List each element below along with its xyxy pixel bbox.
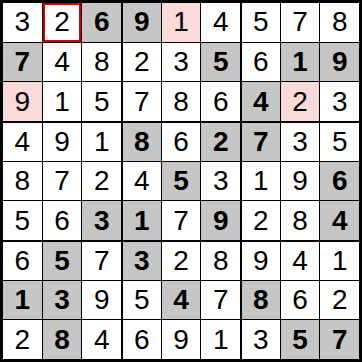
cell-r8c6[interactable]: 7 (201, 281, 240, 320)
cell-r1c7[interactable]: 5 (241, 3, 280, 42)
cell-r5c3[interactable]: 2 (82, 162, 121, 201)
cell-r4c9[interactable]: 5 (320, 122, 359, 161)
cell-r8c2[interactable]: 3 (43, 281, 82, 320)
cell-r2c1[interactable]: 7 (3, 43, 42, 82)
cell-r1c5[interactable]: 1 (162, 3, 201, 42)
cell-r7c2[interactable]: 5 (43, 241, 82, 280)
cell-r9c6[interactable]: 1 (201, 320, 240, 359)
cell-r2c6[interactable]: 5 (201, 43, 240, 82)
cell-r3c7[interactable]: 4 (241, 82, 280, 121)
cell-r7c1[interactable]: 6 (3, 241, 42, 280)
cell-r5c2[interactable]: 7 (43, 162, 82, 201)
cell-r1c8[interactable]: 7 (281, 3, 320, 42)
cell-r4c1[interactable]: 4 (3, 122, 42, 161)
cell-r9c1[interactable]: 2 (3, 320, 42, 359)
cell-r2c8[interactable]: 1 (281, 43, 320, 82)
cell-r6c7[interactable]: 2 (241, 201, 280, 240)
cell-r6c3[interactable]: 3 (82, 201, 121, 240)
cell-r9c3[interactable]: 4 (82, 320, 121, 359)
cell-r4c7[interactable]: 7 (241, 122, 280, 161)
cell-r4c2[interactable]: 9 (43, 122, 82, 161)
cell-r2c2[interactable]: 4 (43, 43, 82, 82)
cell-r4c3[interactable]: 1 (82, 122, 121, 161)
cell-r5c4[interactable]: 4 (122, 162, 161, 201)
cell-r2c3[interactable]: 8 (82, 43, 121, 82)
cell-r7c5[interactable]: 2 (162, 241, 201, 280)
sudoku-board: 3269145787482356199157864234918627358724… (0, 0, 362, 362)
cell-r1c1[interactable]: 3 (3, 3, 42, 42)
cell-r9c8[interactable]: 5 (281, 320, 320, 359)
cell-r5c9[interactable]: 6 (320, 162, 359, 201)
cell-r3c5[interactable]: 8 (162, 82, 201, 121)
cell-r7c8[interactable]: 4 (281, 241, 320, 280)
cell-r7c7[interactable]: 9 (241, 241, 280, 280)
cell-r5c6[interactable]: 3 (201, 162, 240, 201)
cell-r8c9[interactable]: 2 (320, 281, 359, 320)
cell-r4c8[interactable]: 3 (281, 122, 320, 161)
cell-r9c5[interactable]: 9 (162, 320, 201, 359)
cell-r1c4[interactable]: 9 (122, 3, 161, 42)
cell-r6c1[interactable]: 5 (3, 201, 42, 240)
cell-r8c5[interactable]: 4 (162, 281, 201, 320)
cell-r7c9[interactable]: 1 (320, 241, 359, 280)
cell-r4c4[interactable]: 8 (122, 122, 161, 161)
cell-r4c6[interactable]: 2 (201, 122, 240, 161)
cell-r3c4[interactable]: 7 (122, 82, 161, 121)
cell-r2c4[interactable]: 2 (122, 43, 161, 82)
cell-r8c7[interactable]: 8 (241, 281, 280, 320)
cell-r2c5[interactable]: 3 (162, 43, 201, 82)
cell-r5c1[interactable]: 8 (3, 162, 42, 201)
cell-r9c9[interactable]: 7 (320, 320, 359, 359)
cell-r1c3[interactable]: 6 (82, 3, 121, 42)
cell-r9c4[interactable]: 6 (122, 320, 161, 359)
cell-r3c1[interactable]: 9 (3, 82, 42, 121)
cell-r3c9[interactable]: 3 (320, 82, 359, 121)
cell-r5c5[interactable]: 5 (162, 162, 201, 201)
cell-r6c9[interactable]: 4 (320, 201, 359, 240)
cell-r8c3[interactable]: 9 (82, 281, 121, 320)
cell-r9c2[interactable]: 8 (43, 320, 82, 359)
cell-r8c1[interactable]: 1 (3, 281, 42, 320)
cell-r9c7[interactable]: 3 (241, 320, 280, 359)
cell-r1c9[interactable]: 8 (320, 3, 359, 42)
cell-r3c3[interactable]: 5 (82, 82, 121, 121)
cell-r5c7[interactable]: 1 (241, 162, 280, 201)
cell-r1c6[interactable]: 4 (201, 3, 240, 42)
cell-r8c8[interactable]: 6 (281, 281, 320, 320)
cell-r5c8[interactable]: 9 (281, 162, 320, 201)
cell-r8c4[interactable]: 5 (122, 281, 161, 320)
cell-r6c4[interactable]: 1 (122, 201, 161, 240)
cell-r7c3[interactable]: 7 (82, 241, 121, 280)
cell-r3c2[interactable]: 1 (43, 82, 82, 121)
cell-r4c5[interactable]: 6 (162, 122, 201, 161)
cell-r2c9[interactable]: 9 (320, 43, 359, 82)
cell-r7c6[interactable]: 8 (201, 241, 240, 280)
cell-r6c8[interactable]: 8 (281, 201, 320, 240)
cell-r1c2[interactable]: 2 (43, 3, 82, 42)
cell-r2c7[interactable]: 6 (241, 43, 280, 82)
cell-r3c8[interactable]: 2 (281, 82, 320, 121)
cell-r6c6[interactable]: 9 (201, 201, 240, 240)
cell-r6c5[interactable]: 7 (162, 201, 201, 240)
cell-r3c6[interactable]: 6 (201, 82, 240, 121)
cell-r7c4[interactable]: 3 (122, 241, 161, 280)
cell-r6c2[interactable]: 6 (43, 201, 82, 240)
